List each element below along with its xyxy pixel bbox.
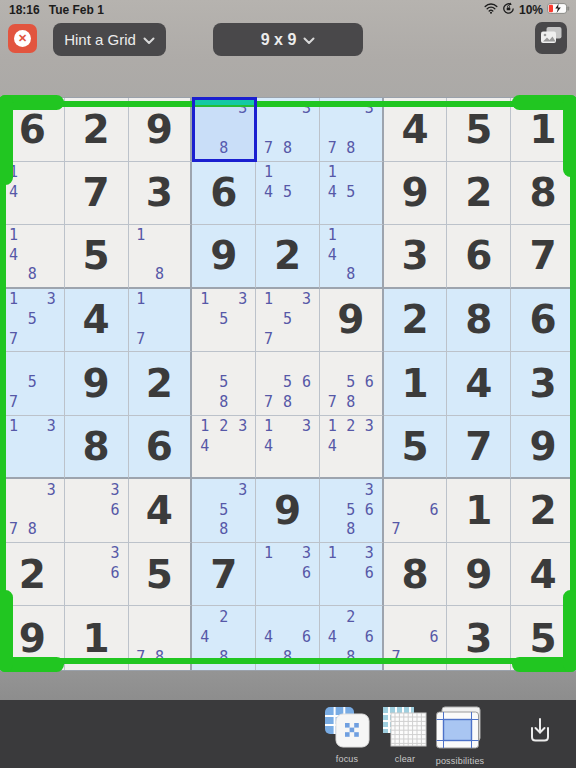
candidate-digit: 8 [341, 265, 360, 285]
candidate-digit [278, 202, 297, 222]
cell-r3c6[interactable]: 148 [320, 225, 384, 289]
cell-value: 8 [530, 173, 557, 212]
candidate-digit: 4 [259, 628, 278, 648]
cell-value: 2 [401, 300, 428, 339]
candidate-grid: 468 [259, 607, 316, 668]
candidate-digit [341, 480, 360, 500]
photos-icon [539, 25, 563, 51]
possibilities-button[interactable]: possibilities [424, 706, 496, 766]
cell-r8c1[interactable]: 2 [1, 543, 65, 607]
candidate-digit [195, 456, 214, 476]
candidate-digit [278, 417, 297, 437]
candidate-digit: 4 [323, 246, 342, 266]
candidate-digit: 6 [360, 564, 379, 584]
candidate-digit [278, 353, 297, 373]
cell-r2c1[interactable]: 14 [1, 162, 65, 226]
cell-r5c4[interactable]: 58 [192, 352, 256, 416]
save-export-button[interactable] [518, 716, 562, 750]
cell-r4c5[interactable]: 1357 [256, 289, 320, 353]
cell-value: 8 [83, 427, 110, 466]
candidate-digit [68, 480, 87, 500]
cell-r9c6[interactable]: 2468 [320, 606, 384, 670]
candidate-digit [233, 353, 252, 373]
candidate-digit [150, 607, 169, 627]
candidate-digit [297, 182, 316, 202]
candidate-grid: 148 [323, 226, 379, 285]
cell-r6c7[interactable]: 5 [384, 416, 448, 480]
cell-r7c7[interactable]: 67 [384, 479, 448, 543]
candidate-digit [42, 353, 61, 373]
cell-r5c7[interactable]: 1 [384, 352, 448, 416]
cell-r4c1[interactable]: 1357 [1, 289, 65, 353]
candidate-digit: 1 [4, 226, 23, 246]
candidate-digit [23, 353, 42, 373]
candidate-digit [360, 265, 379, 285]
candidate-grid: 57 [4, 353, 61, 413]
x-circle-icon: ✕ [14, 30, 31, 47]
candidate-digit [233, 373, 252, 393]
cell-r8c6[interactable]: 136 [320, 543, 384, 607]
cell-r7c3[interactable]: 4 [129, 479, 193, 543]
candidate-digit [259, 648, 278, 668]
candidate-digit [278, 544, 297, 564]
cell-r4c6[interactable]: 9 [320, 289, 384, 353]
candidate-digit: 4 [323, 182, 342, 202]
candidate-digit: 8 [214, 393, 233, 413]
candidate-grid: 67 [387, 480, 444, 540]
candidate-digit [360, 163, 379, 183]
candidate-digit [132, 607, 151, 627]
candidate-digit: 7 [323, 393, 342, 413]
candidate-grid: 1234 [323, 417, 379, 476]
focus-label: focus [336, 754, 359, 764]
candidate-digit: 1 [323, 417, 342, 437]
cell-r3c7[interactable]: 3 [384, 225, 448, 289]
cell-r1c5[interactable]: 378 [256, 98, 320, 162]
candidate-digit [278, 163, 297, 183]
cell-r8c5[interactable]: 136 [256, 543, 320, 607]
candidate-digit [150, 290, 169, 310]
candidate-digit [233, 329, 252, 349]
candidate-digit: 7 [387, 520, 406, 540]
close-button[interactable]: ✕ [8, 24, 37, 53]
candidate-digit: 4 [195, 436, 214, 456]
cell-r9c2[interactable]: 1 [65, 606, 129, 670]
candidate-digit [360, 202, 379, 222]
candidate-digit [42, 373, 61, 393]
candidate-digit: 4 [259, 436, 278, 456]
candidate-grid: 1357 [4, 290, 61, 350]
cell-r6c8[interactable]: 7 [447, 416, 511, 480]
bottom-toolbar: focus clear possibilities [0, 700, 576, 768]
candidate-digit [68, 500, 87, 520]
candidate-digit [341, 584, 360, 604]
candidate-digit [360, 246, 379, 266]
cell-r8c4[interactable]: 7 [192, 543, 256, 607]
candidate-digit [23, 226, 42, 246]
candidate-digit [341, 246, 360, 266]
candidate-digit [23, 163, 42, 183]
cell-r8c9[interactable]: 4 [511, 543, 575, 607]
candidate-digit [87, 500, 106, 520]
cell-value: 2 [83, 110, 110, 149]
cell-value: 4 [146, 491, 173, 530]
candidate-digit [4, 353, 23, 373]
candidate-digit [23, 182, 42, 202]
candidate-digit [323, 265, 342, 285]
cell-r3c4[interactable]: 9 [192, 225, 256, 289]
cell-value: 6 [210, 173, 237, 212]
candidate-digit: 8 [214, 520, 233, 540]
cell-r1c8[interactable]: 5 [447, 98, 511, 162]
cell-r2c3[interactable]: 3 [129, 162, 193, 226]
cell-r4c2[interactable]: 4 [65, 289, 129, 353]
cell-r6c3[interactable]: 6 [129, 416, 193, 480]
candidate-digit [195, 480, 214, 500]
cell-r7c2[interactable]: 36 [65, 479, 129, 543]
candidate-digit [425, 648, 444, 668]
candidate-digit: 5 [341, 500, 360, 520]
candidate-grid: 135 [195, 290, 252, 350]
candidate-digit: 1 [4, 417, 23, 437]
cell-r6c4[interactable]: 1234 [192, 416, 256, 480]
cell-value: 7 [83, 173, 110, 212]
cell-value: 9 [146, 110, 173, 149]
cell-value: 6 [146, 427, 173, 466]
cell-r3c3[interactable]: 18 [129, 225, 193, 289]
cell-r1c3[interactable]: 9 [129, 98, 193, 162]
candidate-digit: 1 [132, 290, 151, 310]
cell-value: 5 [530, 619, 557, 658]
cell-value: 9 [83, 364, 110, 403]
cell-r1c4[interactable]: 38 [192, 98, 256, 162]
cell-r1c7[interactable]: 4 [384, 98, 448, 162]
candidate-digit [406, 648, 425, 668]
cell-r7c8[interactable]: 1 [447, 479, 511, 543]
candidate-digit [341, 436, 360, 456]
cell-r2c7[interactable]: 9 [384, 162, 448, 226]
candidate-digit [297, 163, 316, 183]
candidate-digit [87, 544, 106, 564]
cell-value: 4 [83, 300, 110, 339]
cell-r4c8[interactable]: 8 [447, 289, 511, 353]
candidate-digit [278, 119, 297, 139]
cell-r8c3[interactable]: 5 [129, 543, 193, 607]
cell-r5c6[interactable]: 5678 [320, 352, 384, 416]
cell-r9c9[interactable]: 5 [511, 606, 575, 670]
cell-r4c4[interactable]: 135 [192, 289, 256, 353]
cell-r1c6[interactable]: 378 [320, 98, 384, 162]
candidate-digit: 3 [360, 544, 379, 564]
candidate-digit: 8 [150, 648, 169, 668]
candidate-digit [278, 99, 297, 119]
cell-r5c9[interactable]: 3 [511, 352, 575, 416]
candidate-digit [259, 353, 278, 373]
candidate-digit [42, 265, 61, 285]
candidate-digit [341, 564, 360, 584]
candidate-digit: 3 [42, 290, 61, 310]
candidate-digit [323, 202, 342, 222]
candidate-grid: 358 [195, 480, 252, 540]
cell-value: 9 [210, 236, 237, 275]
candidate-digit: 5 [214, 310, 233, 330]
cell-r4c7[interactable]: 2 [384, 289, 448, 353]
candidate-digit [150, 628, 169, 648]
candidate-digit [323, 99, 342, 119]
candidate-digit: 6 [425, 628, 444, 648]
candidate-digit [360, 226, 379, 246]
cell-r9c4[interactable]: 248 [192, 606, 256, 670]
candidate-digit [4, 265, 23, 285]
candidate-digit [150, 226, 169, 246]
candidate-digit [259, 119, 278, 139]
grid-size-label: 9 x 9 [261, 31, 297, 49]
candidate-digit [259, 584, 278, 604]
cell-value: 7 [465, 427, 492, 466]
chevron-down-icon [143, 31, 155, 48]
candidate-digit [406, 520, 425, 540]
cell-r4c9[interactable]: 6 [511, 289, 575, 353]
candidate-digit [195, 607, 214, 627]
candidate-digit [406, 480, 425, 500]
cell-value: 1 [530, 110, 557, 149]
cell-value: 7 [210, 555, 237, 594]
cell-value: 1 [83, 619, 110, 658]
cell-r2c9[interactable]: 8 [511, 162, 575, 226]
cell-r5c5[interactable]: 5678 [256, 352, 320, 416]
candidate-digit: 1 [323, 163, 342, 183]
cell-r1c1[interactable]: 6 [1, 98, 65, 162]
cell-r6c9[interactable]: 9 [511, 416, 575, 480]
status-icons: 10% [484, 0, 570, 20]
download-icon [525, 716, 555, 750]
candidate-digit [360, 119, 379, 139]
candidate-digit [4, 310, 23, 330]
cell-r8c8[interactable]: 9 [447, 543, 511, 607]
focus-button[interactable]: focus [319, 706, 375, 764]
candidate-digit: 3 [42, 480, 61, 500]
candidate-digit: 6 [106, 500, 125, 520]
candidate-grid: 2468 [323, 607, 379, 668]
cell-r6c1[interactable]: 13 [1, 416, 65, 480]
candidate-digit: 8 [278, 139, 297, 159]
candidate-digit [341, 202, 360, 222]
candidate-digit [42, 500, 61, 520]
candidate-digit [233, 456, 252, 476]
cell-r6c6[interactable]: 1234 [320, 416, 384, 480]
candidate-digit: 4 [4, 246, 23, 266]
cell-value: 2 [274, 236, 301, 275]
candidate-digit [297, 329, 316, 349]
candidate-digit [106, 520, 125, 540]
candidate-digit [233, 436, 252, 456]
cell-r5c2[interactable]: 9 [65, 352, 129, 416]
candidate-digit: 7 [132, 648, 151, 668]
candidate-digit: 3 [42, 417, 61, 437]
battery-charging-icon [547, 3, 570, 17]
candidate-digit [214, 99, 233, 119]
cell-value: 6 [19, 110, 46, 149]
cell-r7c4[interactable]: 358 [192, 479, 256, 543]
candidate-digit [259, 99, 278, 119]
cell-r9c7[interactable]: 67 [384, 606, 448, 670]
cell-r4c3[interactable]: 17 [129, 289, 193, 353]
candidate-digit: 8 [23, 520, 42, 540]
cell-value: 4 [465, 364, 492, 403]
cell-value: 5 [146, 555, 173, 594]
sudoku-board: 6293837837845114736145145928148518921483… [0, 97, 576, 671]
cell-r9c1[interactable]: 9 [1, 606, 65, 670]
cell-r1c2[interactable]: 2 [65, 98, 129, 162]
cell-r9c3[interactable]: 78 [129, 606, 193, 670]
candidate-digit [360, 584, 379, 604]
candidate-digit [297, 436, 316, 456]
cell-r3c2[interactable]: 5 [65, 225, 129, 289]
candidate-digit: 8 [214, 139, 233, 159]
candidate-digit [169, 329, 188, 349]
candidate-digit: 8 [341, 520, 360, 540]
candidate-grid: 3568 [323, 480, 379, 540]
cell-r6c2[interactable]: 8 [65, 416, 129, 480]
candidate-grid: 148 [4, 226, 61, 285]
candidate-digit [195, 373, 214, 393]
candidate-digit [341, 99, 360, 119]
candidate-digit: 4 [323, 628, 342, 648]
candidate-grid: 1357 [259, 290, 316, 350]
cell-r2c8[interactable]: 2 [447, 162, 511, 226]
candidate-digit [360, 393, 379, 413]
grid-size-button[interactable]: 9 x 9 [213, 23, 363, 56]
candidate-digit: 5 [341, 182, 360, 202]
cell-r2c5[interactable]: 145 [256, 162, 320, 226]
candidate-digit: 5 [278, 310, 297, 330]
hint-a-grid-button[interactable]: Hint a Grid [53, 23, 166, 56]
cell-r2c6[interactable]: 145 [320, 162, 384, 226]
candidate-digit: 7 [259, 329, 278, 349]
candidate-digit: 8 [23, 265, 42, 285]
cell-r7c1[interactable]: 378 [1, 479, 65, 543]
cell-r1c9[interactable]: 1 [511, 98, 575, 162]
candidate-digit: 1 [259, 290, 278, 310]
candidate-digit [259, 202, 278, 222]
candidate-digit: 4 [323, 436, 342, 456]
candidate-digit [23, 329, 42, 349]
cell-r3c8[interactable]: 6 [447, 225, 511, 289]
candidate-digit: 3 [297, 290, 316, 310]
candidate-digit [42, 436, 61, 456]
candidate-digit [195, 500, 214, 520]
clear-icon [382, 706, 428, 752]
candidate-digit [23, 202, 42, 222]
candidate-digit [169, 290, 188, 310]
candidate-digit [278, 564, 297, 584]
candidate-digit [387, 480, 406, 500]
candidate-digit [406, 607, 425, 627]
cell-r7c9[interactable]: 2 [511, 479, 575, 543]
cell-value: 8 [465, 300, 492, 339]
cell-r8c2[interactable]: 36 [65, 543, 129, 607]
candidate-grid: 136 [259, 544, 316, 604]
cell-value: 1 [465, 491, 492, 530]
candidate-digit [297, 607, 316, 627]
candidate-digit [23, 290, 42, 310]
cell-r9c5[interactable]: 468 [256, 606, 320, 670]
cell-r7c6[interactable]: 3568 [320, 479, 384, 543]
cell-value: 1 [401, 364, 428, 403]
candidate-digit [233, 119, 252, 139]
candidate-digit: 6 [360, 373, 379, 393]
candidate-digit: 1 [4, 290, 23, 310]
cell-r8c7[interactable]: 8 [384, 543, 448, 607]
cell-value: 6 [465, 236, 492, 275]
candidate-digit: 3 [106, 544, 125, 564]
candidate-digit [42, 329, 61, 349]
cell-r6c5[interactable]: 134 [256, 416, 320, 480]
candidate-grid: 13 [4, 417, 61, 476]
cell-r3c9[interactable]: 7 [511, 225, 575, 289]
candidate-digit [42, 310, 61, 330]
candidate-digit [214, 456, 233, 476]
candidate-grid: 5678 [323, 353, 379, 413]
candidate-digit [323, 564, 342, 584]
candidate-digit: 7 [259, 393, 278, 413]
candidate-digit [323, 456, 342, 476]
cell-r3c1[interactable]: 148 [1, 225, 65, 289]
cell-r2c4[interactable]: 6 [192, 162, 256, 226]
cell-r5c8[interactable]: 4 [447, 352, 511, 416]
candidate-digit [23, 436, 42, 456]
candidate-digit [233, 520, 252, 540]
candidate-digit: 6 [297, 628, 316, 648]
sudoku-scanner-app: { "status_bar": { "time": "18:16", "date… [0, 0, 576, 768]
photo-library-button[interactable] [535, 22, 567, 54]
candidate-digit [132, 628, 151, 648]
chevron-down-icon [303, 31, 315, 49]
cell-r2c2[interactable]: 7 [65, 162, 129, 226]
candidate-digit [214, 119, 233, 139]
candidate-digit [233, 500, 252, 520]
cell-r5c3[interactable]: 2 [129, 352, 193, 416]
cell-value: 4 [401, 110, 428, 149]
candidate-digit [214, 329, 233, 349]
cell-r7c5[interactable]: 9 [256, 479, 320, 543]
candidate-digit [42, 246, 61, 266]
candidate-digit [42, 520, 61, 540]
candidate-digit [4, 436, 23, 456]
candidate-digit [341, 353, 360, 373]
cell-value: 5 [465, 110, 492, 149]
candidate-digit: 1 [259, 163, 278, 183]
candidate-digit [169, 226, 188, 246]
cell-value: 9 [337, 300, 364, 339]
candidate-digit: 7 [259, 139, 278, 159]
candidate-digit: 6 [360, 628, 379, 648]
candidate-digit [23, 500, 42, 520]
candidate-digit: 5 [23, 373, 42, 393]
candidate-digit [297, 202, 316, 222]
candidate-digit: 3 [233, 480, 252, 500]
candidate-digit [23, 480, 42, 500]
candidate-digit [150, 329, 169, 349]
wifi-icon [484, 3, 498, 17]
candidate-digit [341, 456, 360, 476]
candidate-digit: 6 [297, 373, 316, 393]
cell-r9c8[interactable]: 3 [447, 606, 511, 670]
cell-r5c1[interactable]: 57 [1, 352, 65, 416]
candidate-digit [323, 584, 342, 604]
cell-r3c5[interactable]: 2 [256, 225, 320, 289]
candidate-digit: 3 [106, 480, 125, 500]
